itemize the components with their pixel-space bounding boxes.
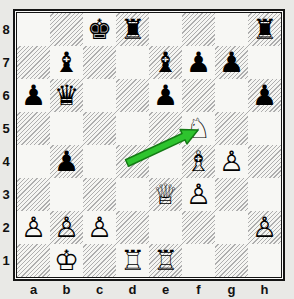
square-h6[interactable]: ♟ [248,79,281,112]
chess-board: ♚♜♜♝♝♟♟♟♛♟♟♘♟♗♙♕♙♙♙♙♙♔♖♖ [13,9,285,281]
square-b7[interactable]: ♝ [50,46,83,79]
piece-white-pawn: ♙ [50,211,83,244]
rank-label-1: 1 [0,244,12,277]
file-label-h: h [248,281,281,298]
square-f2[interactable] [182,211,215,244]
file-label-a: a [17,281,50,298]
square-b5[interactable] [50,112,83,145]
square-f7[interactable]: ♟ [182,46,215,79]
file-label-f: f [182,281,215,298]
square-a3[interactable] [17,178,50,211]
square-e5[interactable] [149,112,182,145]
piece-white-rook: ♖ [149,244,182,277]
piece-black-king: ♚ [83,13,116,46]
piece-white-king: ♔ [50,244,83,277]
rank-labels: 87654321 [0,13,12,277]
square-a2[interactable]: ♙ [17,211,50,244]
piece-black-queen: ♛ [50,79,83,112]
piece-white-knight: ♘ [182,112,215,145]
square-c4[interactable] [83,145,116,178]
square-f4[interactable]: ♗ [182,145,215,178]
file-label-e: e [149,281,182,298]
square-a6[interactable]: ♟ [17,79,50,112]
square-b2[interactable]: ♙ [50,211,83,244]
square-h4[interactable] [248,145,281,178]
rank-label-4: 4 [0,145,12,178]
square-g1[interactable] [215,244,248,277]
square-d6[interactable] [116,79,149,112]
square-c5[interactable] [83,112,116,145]
piece-black-pawn: ♟ [50,145,83,178]
square-e2[interactable] [149,211,182,244]
rank-label-6: 6 [0,79,12,112]
piece-black-bishop: ♝ [50,46,83,79]
square-c6[interactable] [83,79,116,112]
rank-label-8: 8 [0,13,12,46]
piece-black-pawn: ♟ [182,46,215,79]
square-g4[interactable]: ♙ [215,145,248,178]
rank-label-5: 5 [0,112,12,145]
square-e3[interactable]: ♕ [149,178,182,211]
square-e6[interactable]: ♟ [149,79,182,112]
piece-white-queen: ♕ [149,178,182,211]
square-f5[interactable]: ♘ [182,112,215,145]
square-f3[interactable]: ♙ [182,178,215,211]
piece-white-pawn: ♙ [17,211,50,244]
piece-white-rook: ♖ [116,244,149,277]
square-f6[interactable] [182,79,215,112]
file-label-c: c [83,281,116,298]
square-h7[interactable] [248,46,281,79]
square-b4[interactable]: ♟ [50,145,83,178]
square-g2[interactable] [215,211,248,244]
piece-white-bishop: ♗ [182,145,215,178]
square-d2[interactable] [116,211,149,244]
square-d7[interactable] [116,46,149,79]
board-grid: ♚♜♜♝♝♟♟♟♛♟♟♘♟♗♙♕♙♙♙♙♙♔♖♖ [17,13,281,277]
square-g7[interactable]: ♟ [215,46,248,79]
square-d3[interactable] [116,178,149,211]
square-g3[interactable] [215,178,248,211]
square-g8[interactable] [215,13,248,46]
square-c2[interactable]: ♙ [83,211,116,244]
square-h2[interactable]: ♙ [248,211,281,244]
square-e7[interactable]: ♝ [149,46,182,79]
square-a4[interactable] [17,145,50,178]
piece-black-rook: ♜ [116,13,149,46]
square-e4[interactable] [149,145,182,178]
square-e1[interactable]: ♖ [149,244,182,277]
square-b6[interactable]: ♛ [50,79,83,112]
piece-black-pawn: ♟ [248,79,281,112]
square-b8[interactable] [50,13,83,46]
board-frame: ♚♜♜♝♝♟♟♟♛♟♟♘♟♗♙♕♙♙♙♙♙♔♖♖ [16,12,282,278]
square-c3[interactable] [83,178,116,211]
square-f8[interactable] [182,13,215,46]
square-a1[interactable] [17,244,50,277]
piece-white-pawn: ♙ [182,178,215,211]
square-d5[interactable] [116,112,149,145]
square-g5[interactable] [215,112,248,145]
piece-white-pawn: ♙ [83,211,116,244]
file-label-b: b [50,281,83,298]
piece-black-pawn: ♟ [149,79,182,112]
square-e8[interactable] [149,13,182,46]
piece-black-bishop: ♝ [149,46,182,79]
square-a5[interactable] [17,112,50,145]
square-d8[interactable]: ♜ [116,13,149,46]
square-d1[interactable]: ♖ [116,244,149,277]
square-c7[interactable] [83,46,116,79]
rank-label-2: 2 [0,211,12,244]
file-label-d: d [116,281,149,298]
piece-black-rook: ♜ [248,13,281,46]
piece-black-pawn: ♟ [17,79,50,112]
square-d4[interactable] [116,145,149,178]
piece-white-pawn: ♙ [215,145,248,178]
rank-label-7: 7 [0,46,12,79]
square-f1[interactable] [182,244,215,277]
square-g6[interactable] [215,79,248,112]
square-c1[interactable] [83,244,116,277]
square-c8[interactable]: ♚ [83,13,116,46]
square-h1[interactable] [248,244,281,277]
square-h5[interactable] [248,112,281,145]
square-b1[interactable]: ♔ [50,244,83,277]
square-h3[interactable] [248,178,281,211]
rank-label-3: 3 [0,178,12,211]
file-label-g: g [215,281,248,298]
square-h8[interactable]: ♜ [248,13,281,46]
square-a7[interactable] [17,46,50,79]
square-b3[interactable] [50,178,83,211]
piece-black-pawn: ♟ [215,46,248,79]
file-labels: abcdefgh [17,281,281,298]
piece-white-pawn: ♙ [248,211,281,244]
square-a8[interactable] [17,13,50,46]
